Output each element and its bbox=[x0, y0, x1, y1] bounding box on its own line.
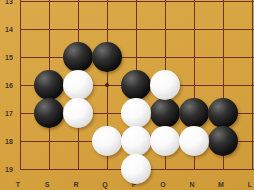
black-stone-M18[interactable] bbox=[208, 126, 238, 156]
white-stone-O16[interactable] bbox=[150, 70, 180, 100]
column-label-M: M bbox=[218, 181, 224, 188]
row-label-14: 14 bbox=[5, 26, 13, 33]
star-point-Q16 bbox=[105, 83, 109, 87]
row-label-18: 18 bbox=[5, 138, 13, 145]
column-label-T: T bbox=[16, 181, 20, 188]
row-label-17: 17 bbox=[5, 110, 13, 117]
black-stone-S17[interactable] bbox=[34, 98, 64, 128]
column-label-N: N bbox=[189, 181, 194, 188]
white-stone-Q18[interactable] bbox=[92, 126, 122, 156]
white-stone-P19[interactable] bbox=[121, 154, 151, 184]
row-label-15: 15 bbox=[5, 54, 13, 61]
white-stone-P17[interactable] bbox=[121, 98, 151, 128]
white-stone-O18[interactable] bbox=[150, 126, 180, 156]
black-stone-R15[interactable] bbox=[63, 42, 93, 72]
column-label-Q: Q bbox=[102, 181, 107, 188]
black-stone-S16[interactable] bbox=[34, 70, 64, 100]
white-stone-R17[interactable] bbox=[63, 98, 93, 128]
white-stone-P18[interactable] bbox=[121, 126, 151, 156]
black-stone-P16[interactable] bbox=[121, 70, 151, 100]
grid-line-row-13 bbox=[20, 1, 254, 2]
white-stone-R16[interactable] bbox=[63, 70, 93, 100]
black-stone-Q15[interactable] bbox=[92, 42, 122, 72]
black-stone-O17[interactable] bbox=[150, 98, 180, 128]
white-stone-N18[interactable] bbox=[179, 126, 209, 156]
black-stone-N17[interactable] bbox=[179, 98, 209, 128]
column-label-L: L bbox=[248, 181, 252, 188]
row-label-13: 13 bbox=[5, 0, 13, 5]
row-label-16: 16 bbox=[5, 82, 13, 89]
grid-line-row-15 bbox=[20, 57, 254, 58]
go-board[interactable]: 13141516171819TSRQPONML bbox=[0, 0, 254, 190]
black-stone-M17[interactable] bbox=[208, 98, 238, 128]
column-label-O: O bbox=[160, 181, 165, 188]
row-label-19: 19 bbox=[5, 166, 13, 173]
grid-line-row-14 bbox=[20, 29, 254, 30]
column-label-R: R bbox=[73, 181, 78, 188]
column-label-S: S bbox=[45, 181, 50, 188]
